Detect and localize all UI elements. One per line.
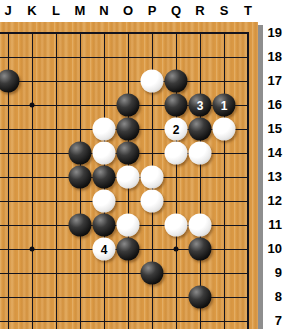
column-label-p: P (148, 2, 157, 20)
go-board[interactable]: 3124 (0, 22, 258, 329)
black-stone-r16[interactable]: 3 (189, 94, 212, 117)
row-label-14: 14 (262, 146, 282, 160)
white-stone-n15[interactable] (93, 118, 116, 141)
black-stone-m11[interactable] (69, 214, 92, 237)
row-label-16: 16 (262, 98, 282, 112)
row-label-15: 15 (262, 122, 282, 136)
grid-horizontal-9 (0, 273, 249, 274)
white-stone-o11[interactable] (117, 214, 140, 237)
black-stone-o10[interactable] (117, 238, 140, 261)
column-label-t: T (244, 2, 252, 20)
column-label-q: Q (171, 2, 181, 20)
move-number-label: 2 (173, 122, 180, 136)
grid-horizontal-12 (0, 201, 249, 202)
black-stone-r8[interactable] (189, 286, 212, 309)
white-stone-r14[interactable] (189, 142, 212, 165)
row-label-17: 17 (262, 74, 282, 88)
black-stone-r10[interactable] (189, 238, 212, 261)
grid-horizontal-19 (0, 32, 249, 34)
row-label-7: 7 (262, 314, 282, 328)
column-label-m: M (75, 2, 86, 20)
move-number-label: 4 (101, 242, 108, 256)
white-stone-n14[interactable] (93, 142, 116, 165)
grid-horizontal-7 (0, 321, 249, 322)
row-label-12: 12 (262, 194, 282, 208)
black-stone-o15[interactable] (117, 118, 140, 141)
black-stone-j17[interactable] (0, 70, 20, 93)
star-point-k10 (30, 247, 35, 252)
row-label-18: 18 (262, 50, 282, 64)
column-label-r: R (195, 2, 204, 20)
row-label-8: 8 (262, 290, 282, 304)
grid-vertical-l (56, 33, 57, 329)
black-stone-m13[interactable] (69, 166, 92, 189)
grid-vertical-k (32, 33, 33, 329)
white-stone-q11[interactable] (165, 214, 188, 237)
grid-horizontal-18 (0, 57, 249, 58)
move-number-label: 3 (197, 98, 204, 112)
row-label-10: 10 (262, 242, 282, 256)
go-board-screen: JKLMNOPQRST 3124 19181716151413121110987 (0, 0, 284, 329)
white-stone-p12[interactable] (141, 190, 164, 213)
black-stone-n11[interactable] (93, 214, 116, 237)
black-stone-r15[interactable] (189, 118, 212, 141)
column-label-l: L (52, 2, 60, 20)
white-stone-q14[interactable] (165, 142, 188, 165)
column-label-s: S (220, 2, 229, 20)
white-stone-o13[interactable] (117, 166, 140, 189)
black-stone-s16[interactable]: 1 (213, 94, 236, 117)
grid-horizontal-8 (0, 297, 249, 298)
black-stone-m14[interactable] (69, 142, 92, 165)
column-labels: JKLMNOPQRST (0, 0, 284, 22)
black-stone-q17[interactable] (165, 70, 188, 93)
grid-horizontal-17 (0, 81, 249, 82)
black-stone-o14[interactable] (117, 142, 140, 165)
row-labels: 19181716151413121110987 (262, 0, 284, 329)
white-stone-n12[interactable] (93, 190, 116, 213)
column-label-n: N (99, 2, 108, 20)
row-label-9: 9 (262, 266, 282, 280)
row-label-11: 11 (262, 218, 282, 232)
column-label-j: J (4, 2, 11, 20)
black-stone-p9[interactable] (141, 262, 164, 285)
move-number-label: 1 (221, 98, 228, 112)
star-point-q10 (174, 247, 179, 252)
white-stone-r11[interactable] (189, 214, 212, 237)
white-stone-q15[interactable]: 2 (165, 118, 188, 141)
row-label-13: 13 (262, 170, 282, 184)
column-label-k: K (27, 2, 36, 20)
black-stone-q16[interactable] (165, 94, 188, 117)
black-stone-n13[interactable] (93, 166, 116, 189)
white-stone-s15[interactable] (213, 118, 236, 141)
white-stone-p17[interactable] (141, 70, 164, 93)
black-stone-o16[interactable] (117, 94, 140, 117)
star-point-k16 (30, 103, 35, 108)
grid-vertical-s (224, 33, 225, 329)
column-label-o: O (123, 2, 133, 20)
white-stone-p13[interactable] (141, 166, 164, 189)
white-stone-n10[interactable]: 4 (93, 238, 116, 261)
row-label-19: 19 (262, 26, 282, 40)
grid-vertical-t (247, 33, 249, 329)
